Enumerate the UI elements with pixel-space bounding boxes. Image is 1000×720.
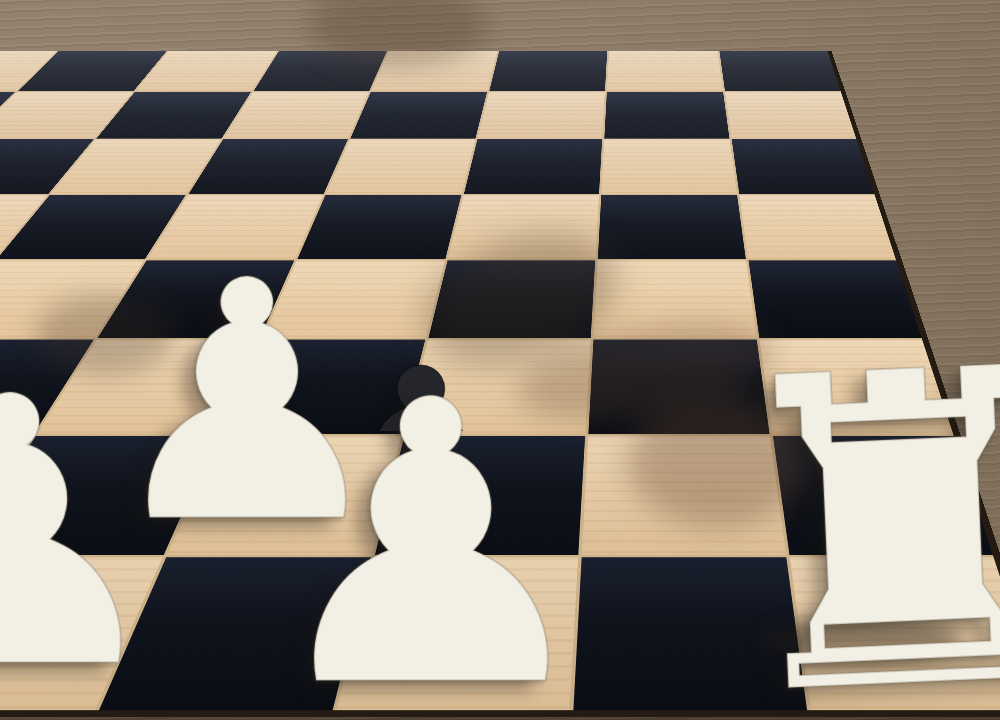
piece-white-pawn-f1: ♟	[256, 350, 606, 720]
board-photo-frame: ♟♟♟♟♜	[0, 0, 1000, 720]
pieces-layer: ♟♟♟♟♜	[0, 0, 1000, 720]
piece-white-rook-h1: ♜	[701, 310, 1000, 720]
